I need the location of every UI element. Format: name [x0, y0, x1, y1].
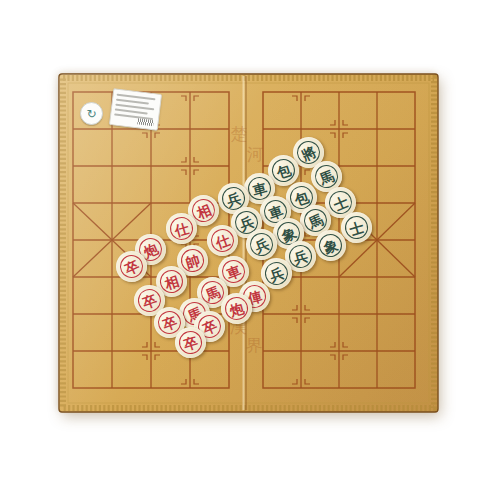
piece-character: 卒: [181, 334, 198, 351]
piece-character: 象: [279, 224, 298, 243]
piece-character: 車: [224, 262, 242, 280]
piece-character: 帥: [183, 252, 200, 269]
barcode: [137, 118, 154, 126]
river-label: 界: [246, 335, 263, 355]
piece-character: 馬: [317, 167, 335, 185]
piece-character: 馬: [306, 211, 324, 229]
piece-character: 車: [251, 180, 268, 197]
piece-ring: 兵: [261, 258, 290, 287]
piece-character: 象: [321, 237, 339, 255]
piece-character: 卒: [122, 257, 141, 276]
board-grid: 楚河漢界: [0, 0, 489, 489]
piece-character: 包: [292, 189, 310, 207]
piece-character: 卒: [140, 292, 158, 310]
piece-ring: 炮: [222, 294, 250, 322]
piece-character: 兵: [224, 190, 241, 207]
piece-ring: 卒: [176, 328, 205, 357]
piece-character: 將: [299, 143, 318, 162]
recycle-logo-icon: ↻: [80, 102, 103, 125]
piece-character: 仕: [172, 220, 189, 237]
piece-ring: 仕: [167, 214, 195, 242]
river-label: 河: [247, 144, 264, 164]
piece-character: 士: [347, 219, 364, 236]
piece-character: 士: [331, 193, 349, 211]
product-photo: 楚河漢界 將包馬車包士兵車馬士兵象象兵兵兵相仕仕炮帥車卒相馬俥卒馬炮卒卒卒 ↻: [0, 0, 489, 489]
piece-character: 炮: [227, 300, 244, 317]
piece-character: 兵: [237, 213, 255, 231]
product-sticker: [109, 88, 162, 131]
piece-character: 相: [162, 273, 180, 291]
piece-ring: 士: [342, 213, 371, 242]
piece-character: 兵: [292, 248, 309, 265]
piece-character: 卒: [160, 313, 178, 331]
piece-ring: 象: [316, 231, 345, 260]
piece-ring: 卒: [116, 251, 147, 282]
logo-glyph: ↻: [86, 108, 96, 120]
piece-character: 兵: [267, 265, 285, 283]
river-label: 楚: [231, 124, 248, 144]
piece-character: 相: [194, 201, 212, 219]
piece-character: 兵: [252, 235, 270, 253]
piece-character: 包: [274, 162, 292, 180]
piece-character: 馬: [203, 283, 221, 301]
piece-ring: 仕: [207, 225, 236, 254]
piece-character: 仕: [213, 231, 231, 249]
piece-ring: 兵: [246, 229, 276, 259]
piece-character: 車: [266, 202, 284, 220]
